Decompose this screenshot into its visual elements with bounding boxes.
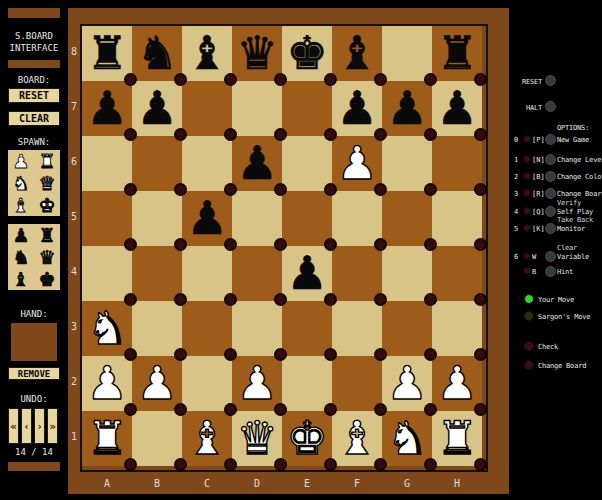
option-led [523, 207, 531, 215]
corner-dot [374, 293, 387, 306]
option-led [523, 189, 531, 197]
piece-black-knight: ♞ [136, 26, 177, 81]
corner-dot [224, 293, 237, 306]
piece-white-knight: ♞ [386, 411, 427, 466]
corner-dot [324, 183, 337, 196]
square-c1[interactable]: ♝ [182, 411, 232, 466]
option-label: Variable [557, 253, 589, 261]
square-f1[interactable]: ♝ [332, 411, 382, 466]
square-f3[interactable] [332, 301, 382, 356]
right-panel: RESET HALT OPTIONS: 0[P]New Game1[N]Chan… [509, 0, 602, 500]
option-number: 2 [514, 173, 518, 181]
square-b2[interactable]: ♟ [132, 356, 182, 411]
corner-dot [124, 458, 137, 471]
square-g1[interactable]: ♞ [382, 411, 432, 466]
square-c5[interactable]: ♟ [182, 191, 232, 246]
corner-dot [474, 128, 487, 141]
piece-black-rook: ♜ [38, 224, 55, 246]
decorative-bar-mid [8, 60, 60, 68]
file-label-e: E [282, 474, 332, 492]
reset-board-button[interactable]: RESET [8, 88, 60, 103]
square-h2[interactable]: ♟ [432, 356, 482, 411]
status-label: Check [538, 343, 558, 351]
corner-dot [474, 238, 487, 251]
square-d3[interactable] [232, 301, 282, 356]
corner-dot [324, 458, 337, 471]
option-key: [K] [532, 225, 545, 233]
square-a6[interactable] [82, 136, 132, 191]
spawn-section-label: SPAWN: [0, 137, 68, 147]
piece-black-rook: ♜ [436, 26, 477, 81]
corner-dot [274, 128, 287, 141]
corner-dot [374, 238, 387, 251]
square-b7[interactable]: ♟ [132, 81, 182, 136]
option-number: 1 [514, 156, 518, 164]
square-f5[interactable] [332, 191, 382, 246]
square-g8[interactable] [382, 26, 432, 81]
piece-white-pawn: ♟ [336, 136, 377, 191]
hand-slot[interactable] [11, 323, 57, 361]
option-led [523, 155, 531, 163]
square-c3[interactable] [182, 301, 232, 356]
option-led [523, 267, 531, 275]
file-label-a: A [82, 474, 132, 492]
piece-black-pawn: ♟ [86, 81, 127, 136]
square-c6[interactable] [182, 136, 232, 191]
corner-dot [174, 458, 187, 471]
corner-dot [474, 403, 487, 416]
piece-black-pawn: ♟ [436, 81, 477, 136]
piece-white-queen: ♛ [236, 411, 277, 466]
square-f6[interactable]: ♟ [332, 136, 382, 191]
undo-first-button[interactable]: « [8, 408, 19, 444]
corner-dot [424, 183, 437, 196]
option-key: [Q] [532, 208, 545, 216]
piece-black-queen: ♛ [236, 26, 277, 81]
corner-dot [374, 458, 387, 471]
square-a2[interactable]: ♟ [82, 356, 132, 411]
decorative-bar-bottom [8, 462, 60, 471]
rank-label-2: 2 [68, 354, 80, 409]
spawn-black-bishop[interactable]: ♝ [8, 268, 34, 290]
rank-label-5: 5 [68, 189, 80, 244]
square-a8[interactable]: ♜ [82, 26, 132, 81]
square-e3[interactable] [282, 301, 332, 356]
option-key: [N] [532, 156, 545, 164]
corner-dot [474, 348, 487, 361]
piece-black-knight: ♞ [12, 246, 29, 268]
square-d7[interactable] [232, 81, 282, 136]
option-button-self-play[interactable] [545, 206, 556, 217]
corner-dot [224, 128, 237, 141]
halt-label: HALT [526, 104, 542, 112]
spawn-white-rook[interactable]: ♜ [34, 150, 60, 172]
square-h5[interactable] [432, 191, 482, 246]
corner-dot [174, 403, 187, 416]
undo-counter: 14 / 14 [0, 447, 68, 457]
corner-dot [174, 293, 187, 306]
square-h8[interactable]: ♜ [432, 26, 482, 81]
spawn-black-queen[interactable]: ♛ [34, 246, 60, 268]
piece-black-bishop: ♝ [336, 26, 377, 81]
file-label-g: G [382, 474, 432, 492]
corner-dot [174, 128, 187, 141]
piece-black-bishop: ♝ [12, 268, 29, 290]
panel-title-line2: INTERFACE [0, 43, 68, 53]
option-button-variable[interactable] [545, 251, 556, 262]
option-button-change-board[interactable] [545, 188, 556, 199]
option-sublabel: Clear [557, 244, 577, 252]
file-label-b: B [132, 474, 182, 492]
piece-white-king: ♚ [38, 194, 55, 216]
undo-section-label: UNDO: [0, 394, 68, 404]
corner-dot [124, 293, 137, 306]
square-d8[interactable]: ♛ [232, 26, 282, 81]
undo-controls: «‹›» [8, 408, 62, 444]
square-a3[interactable]: ♞ [82, 301, 132, 356]
rank-label-3: 3 [68, 299, 80, 354]
corner-dot [224, 348, 237, 361]
options-title: OPTIONS: [557, 124, 589, 132]
piece-white-bishop: ♝ [12, 194, 29, 216]
corner-dot [124, 183, 137, 196]
piece-black-bishop: ♝ [186, 26, 227, 81]
square-g6[interactable] [382, 136, 432, 191]
corner-dot [174, 183, 187, 196]
option-number: 0 [514, 136, 518, 144]
square-f8[interactable]: ♝ [332, 26, 382, 81]
square-g4[interactable] [382, 246, 432, 301]
corner-dot [124, 403, 137, 416]
square-a7[interactable]: ♟ [82, 81, 132, 136]
clear-board-button[interactable]: CLEAR [8, 111, 60, 126]
piece-white-queen: ♛ [38, 172, 55, 194]
panel-title-line1: S.BOARD [0, 31, 68, 41]
spawn-white-pawn[interactable]: ♟ [8, 150, 34, 172]
piece-black-pawn: ♟ [236, 136, 277, 191]
status-label: Your Move [538, 296, 574, 304]
corner-dot [274, 458, 287, 471]
square-c2[interactable] [182, 356, 232, 411]
board-section-label: BOARD: [0, 75, 68, 85]
square-f2[interactable] [332, 356, 382, 411]
corner-dot [124, 348, 137, 361]
spawn-black-king[interactable]: ♚ [34, 268, 60, 290]
spawn-tray-white: ♟♜♞♛♝♚ [8, 150, 60, 216]
option-label: Monitor [557, 225, 585, 233]
corner-dot [124, 128, 137, 141]
left-panel: S.BOARD INTERFACE BOARD: RESET CLEAR SPA… [0, 0, 68, 500]
piece-black-pawn: ♟ [186, 191, 227, 246]
square-e6[interactable] [282, 136, 332, 191]
option-label: Change Color [557, 173, 602, 181]
option-number: 6 [514, 253, 518, 261]
option-key: [R] [532, 190, 545, 198]
square-b4[interactable] [132, 246, 182, 301]
cpu-reset-button[interactable] [545, 75, 556, 86]
corner-dot [424, 458, 437, 471]
option-led [523, 252, 531, 260]
cpu-reset-label: RESET [522, 78, 542, 86]
corner-dot [274, 73, 287, 86]
square-b6[interactable] [132, 136, 182, 191]
rank-label-6: 6 [68, 134, 80, 189]
square-e2[interactable] [282, 356, 332, 411]
corner-dot [424, 238, 437, 251]
square-e5[interactable] [282, 191, 332, 246]
option-label: New Game [557, 136, 589, 144]
square-g7[interactable]: ♟ [382, 81, 432, 136]
square-g5[interactable] [382, 191, 432, 246]
status-led-check [524, 341, 534, 351]
piece-white-knight: ♞ [12, 172, 29, 194]
option-label: Change Board [557, 190, 602, 198]
square-b5[interactable] [132, 191, 182, 246]
undo-last-button[interactable]: » [47, 408, 58, 444]
file-label-f: F [332, 474, 382, 492]
option-button-change-color[interactable] [545, 171, 556, 182]
square-h7[interactable]: ♟ [432, 81, 482, 136]
option-led [523, 135, 531, 143]
square-a4[interactable] [82, 246, 132, 301]
corner-dot [224, 403, 237, 416]
piece-black-rook: ♜ [86, 26, 127, 81]
corner-dot [124, 73, 137, 86]
square-e4[interactable]: ♟ [282, 246, 332, 301]
piece-white-king: ♚ [286, 411, 327, 466]
square-d2[interactable]: ♟ [232, 356, 282, 411]
square-h6[interactable] [432, 136, 482, 191]
square-h4[interactable] [432, 246, 482, 301]
file-label-h: H [432, 474, 482, 492]
square-d6[interactable]: ♟ [232, 136, 282, 191]
piece-black-pawn: ♟ [386, 81, 427, 136]
square-f7[interactable]: ♟ [332, 81, 382, 136]
spawn-black-pawn[interactable]: ♟ [8, 224, 34, 246]
piece-black-pawn: ♟ [336, 81, 377, 136]
piece-white-rook: ♜ [86, 411, 127, 466]
piece-white-knight: ♞ [86, 301, 127, 356]
square-d5[interactable] [232, 191, 282, 246]
status-led-sargon-s-move [524, 311, 534, 321]
option-number: 4 [514, 208, 518, 216]
piece-white-rook: ♜ [436, 411, 477, 466]
square-e7[interactable] [282, 81, 332, 136]
square-h3[interactable] [432, 301, 482, 356]
option-key: B [532, 268, 536, 276]
spawn-white-bishop[interactable]: ♝ [8, 194, 34, 216]
option-number: 5 [514, 225, 518, 233]
corner-dot [374, 183, 387, 196]
decorative-bar-top [8, 8, 60, 18]
spawn-black-knight[interactable]: ♞ [8, 246, 34, 268]
corner-dot [224, 458, 237, 471]
option-label: Change Level [557, 156, 602, 164]
corner-dot [324, 293, 337, 306]
corner-dot [224, 183, 237, 196]
square-e8[interactable]: ♚ [282, 26, 332, 81]
piece-black-queen: ♛ [38, 246, 55, 268]
piece-black-pawn: ♟ [12, 224, 29, 246]
spawn-white-knight[interactable]: ♞ [8, 172, 34, 194]
corner-dot [324, 403, 337, 416]
corner-dot [174, 238, 187, 251]
square-e1[interactable]: ♚ [282, 411, 332, 466]
option-number: 3 [514, 190, 518, 198]
corner-dot [474, 183, 487, 196]
corner-dot [174, 73, 187, 86]
piece-white-pawn: ♟ [136, 356, 177, 411]
piece-black-pawn: ♟ [286, 246, 327, 301]
option-button-hint[interactable] [545, 266, 556, 277]
option-button-new-game[interactable] [545, 134, 556, 145]
option-label: Self Play [557, 208, 593, 216]
corner-dot [274, 403, 287, 416]
option-button-change-level[interactable] [545, 154, 556, 165]
square-d1[interactable]: ♛ [232, 411, 282, 466]
square-a1[interactable]: ♜ [82, 411, 132, 466]
corner-dot [224, 73, 237, 86]
option-sublabel: Verify [557, 199, 581, 207]
corner-dot [374, 128, 387, 141]
square-a5[interactable] [82, 191, 132, 246]
spawn-tray-black: ♟♜♞♛♝♚ [8, 224, 60, 290]
square-b8[interactable]: ♞ [132, 26, 182, 81]
option-key: [P] [532, 136, 545, 144]
file-label-d: D [232, 474, 282, 492]
corner-dot [274, 238, 287, 251]
piece-white-rook: ♜ [38, 150, 55, 172]
option-led [523, 172, 531, 180]
piece-white-pawn: ♟ [86, 356, 127, 411]
corner-dot [374, 403, 387, 416]
corner-dot [424, 348, 437, 361]
corner-dot [424, 293, 437, 306]
piece-white-pawn: ♟ [386, 356, 427, 411]
square-g2[interactable]: ♟ [382, 356, 432, 411]
chess-board: ♜♞♝♛♚♝♜♟♟♟♟♟♟♟♟♟♞♟♟♟♟♟♜♝♛♚♝♞♜ [80, 24, 488, 472]
square-c8[interactable]: ♝ [182, 26, 232, 81]
option-key: W [532, 253, 536, 261]
option-sublabel: Take Back [557, 216, 593, 224]
corner-dot [424, 73, 437, 86]
piece-white-bishop: ♝ [336, 411, 377, 466]
square-f4[interactable] [332, 246, 382, 301]
corner-dot [274, 293, 287, 306]
undo-forward-button[interactable]: › [34, 408, 45, 444]
status-led-your-move [524, 294, 534, 304]
corner-dot [424, 403, 437, 416]
corner-dot [224, 238, 237, 251]
hand-section-label: HAND: [0, 309, 68, 319]
corner-dot [324, 73, 337, 86]
corner-dot [174, 348, 187, 361]
piece-black-pawn: ♟ [136, 81, 177, 136]
piece-white-bishop: ♝ [186, 411, 227, 466]
corner-dot [274, 348, 287, 361]
rank-label-7: 7 [68, 79, 80, 134]
remove-button[interactable]: REMOVE [8, 367, 60, 380]
corner-dot [274, 183, 287, 196]
spawn-white-queen[interactable]: ♛ [34, 172, 60, 194]
piece-black-king: ♚ [286, 26, 327, 81]
square-c7[interactable] [182, 81, 232, 136]
sargon-chess-interface: S.BOARD INTERFACE BOARD: RESET CLEAR SPA… [0, 0, 602, 500]
option-led [523, 224, 531, 232]
corner-dot [324, 128, 337, 141]
corner-dot [424, 128, 437, 141]
piece-black-king: ♚ [38, 268, 55, 290]
piece-white-pawn: ♟ [12, 150, 29, 172]
option-button-monitor[interactable] [545, 223, 556, 234]
rank-label-1: 1 [68, 409, 80, 464]
square-g3[interactable] [382, 301, 432, 356]
corner-dot [124, 238, 137, 251]
corner-dot [374, 73, 387, 86]
corner-dot [474, 293, 487, 306]
rank-label-8: 8 [68, 24, 80, 79]
status-led-change-board [524, 360, 534, 370]
spawn-white-king[interactable]: ♚ [34, 194, 60, 216]
spawn-black-rook[interactable]: ♜ [34, 224, 60, 246]
rank-label-4: 4 [68, 244, 80, 299]
status-label: Sargon's Move [538, 313, 590, 321]
corner-dot [374, 348, 387, 361]
corner-dot [474, 73, 487, 86]
square-b3[interactable] [132, 301, 182, 356]
undo-back-button[interactable]: ‹ [21, 408, 32, 444]
piece-white-pawn: ♟ [436, 356, 477, 411]
option-label: Hint [557, 268, 573, 276]
corner-dot [474, 458, 487, 471]
halt-button[interactable] [545, 101, 556, 112]
square-h1[interactable]: ♜ [432, 411, 482, 466]
piece-white-pawn: ♟ [236, 356, 277, 411]
option-key: [B] [532, 173, 545, 181]
square-c4[interactable] [182, 246, 232, 301]
file-label-c: C [182, 474, 232, 492]
corner-dot [324, 238, 337, 251]
status-label: Change Board [538, 362, 586, 370]
square-b1[interactable] [132, 411, 182, 466]
corner-dot [324, 348, 337, 361]
square-d4[interactable] [232, 246, 282, 301]
